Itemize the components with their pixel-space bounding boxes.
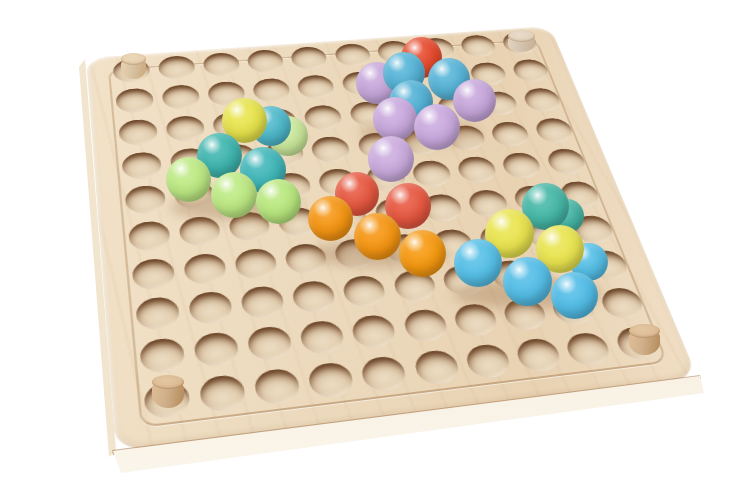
- orange-bead[interactable]: [399, 230, 446, 277]
- peg-cap: [121, 53, 146, 65]
- peg-cap: [629, 324, 660, 338]
- corner-peg-bottom-left[interactable]: [152, 375, 184, 408]
- purple-bead[interactable]: [373, 97, 417, 141]
- purple-bead[interactable]: [414, 104, 460, 150]
- blue-bead[interactable]: [503, 257, 552, 306]
- corner-peg-top-right[interactable]: [508, 30, 535, 52]
- purple-bead[interactable]: [453, 79, 496, 122]
- peg-cap: [508, 30, 535, 42]
- purple-bead[interactable]: [368, 136, 414, 182]
- green-bead[interactable]: [256, 179, 301, 224]
- orange-bead[interactable]: [354, 213, 401, 260]
- green-bead[interactable]: [166, 157, 211, 202]
- corner-peg-top-left[interactable]: [121, 53, 146, 79]
- blue-bead[interactable]: [551, 272, 598, 319]
- blue-bead[interactable]: [454, 239, 502, 287]
- corner-peg-bottom-right[interactable]: [629, 324, 660, 355]
- green-bead[interactable]: [211, 172, 257, 218]
- product-photo-scene: [0, 0, 750, 492]
- peg-cap: [152, 375, 184, 389]
- orange-bead[interactable]: [308, 196, 353, 241]
